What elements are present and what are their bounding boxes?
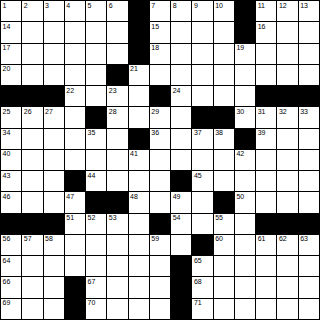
cell-r8c7[interactable]: 41: [129, 150, 149, 170]
cell-r14c2[interactable]: [22, 277, 42, 297]
cell-r13c3[interactable]: [44, 256, 64, 276]
clue-number-61: 61: [258, 235, 266, 243]
cell-r13c15[interactable]: [299, 256, 319, 276]
cell-r2c9[interactable]: [171, 22, 191, 42]
clue-number-24: 24: [173, 87, 181, 95]
cell-r3c9[interactable]: [171, 44, 191, 64]
clue-number-43: 43: [3, 172, 11, 180]
clue-number-37: 37: [194, 129, 202, 137]
black-square-r11c13: [256, 214, 276, 234]
clue-number-16: 16: [258, 23, 266, 31]
cell-r7c14[interactable]: [277, 129, 297, 149]
cell-r12c1[interactable]: 56: [1, 235, 21, 255]
clue-number-59: 59: [151, 235, 159, 243]
clue-number-22: 22: [66, 87, 74, 95]
cell-r15c2[interactable]: [22, 299, 42, 319]
cell-r6c2[interactable]: 26: [22, 107, 42, 127]
clue-number-64: 64: [3, 257, 11, 265]
clue-number-63: 63: [300, 235, 308, 243]
cell-r6c14[interactable]: 32: [277, 107, 297, 127]
cell-r7c6[interactable]: [107, 129, 127, 149]
clue-number-57: 57: [24, 235, 32, 243]
cell-r5c9[interactable]: 24: [171, 86, 191, 106]
clue-number-40: 40: [3, 150, 11, 158]
clue-number-66: 66: [3, 278, 11, 286]
black-square-r13c9: [171, 256, 191, 276]
cell-r6c9[interactable]: [171, 107, 191, 127]
cell-r4c1[interactable]: 20: [1, 65, 21, 85]
clue-number-62: 62: [279, 235, 287, 243]
clue-number-50: 50: [236, 193, 244, 201]
clue-number-68: 68: [194, 278, 202, 286]
black-square-r1c7: [129, 1, 149, 21]
clue-number-1: 1: [3, 2, 7, 10]
cell-r3c12[interactable]: 19: [235, 44, 255, 64]
clue-number-46: 46: [3, 193, 11, 201]
cell-r1c5[interactable]: 5: [86, 1, 106, 21]
cell-r1c8[interactable]: 7: [150, 1, 170, 21]
clue-number-51: 51: [66, 214, 74, 222]
clue-number-20: 20: [3, 65, 11, 73]
cell-r10c10[interactable]: [192, 192, 212, 212]
cell-r12c14[interactable]: 62: [277, 235, 297, 255]
cell-r1c13[interactable]: 11: [256, 1, 276, 21]
clue-number-9: 9: [194, 2, 198, 10]
cell-r8c5[interactable]: [86, 150, 106, 170]
black-square-r7c12: [235, 129, 255, 149]
cell-r8c15[interactable]: [299, 150, 319, 170]
cell-r8c14[interactable]: [277, 150, 297, 170]
clue-number-55: 55: [215, 214, 223, 222]
cell-r10c3[interactable]: [44, 192, 64, 212]
cell-r2c14[interactable]: [277, 22, 297, 42]
cell-r15c8[interactable]: [150, 299, 170, 319]
cell-r11c7[interactable]: [129, 214, 149, 234]
clue-number-27: 27: [45, 108, 53, 116]
cell-r12c15[interactable]: 63: [299, 235, 319, 255]
clue-number-5: 5: [88, 2, 92, 10]
cell-r12c5[interactable]: [86, 235, 106, 255]
cell-r11c9[interactable]: 54: [171, 214, 191, 234]
clue-number-67: 67: [88, 278, 96, 286]
cell-r13c6[interactable]: [107, 256, 127, 276]
cell-r1c2[interactable]: 2: [22, 1, 42, 21]
clue-number-8: 8: [173, 2, 177, 10]
cell-r1c6[interactable]: 6: [107, 1, 127, 21]
cell-r15c10[interactable]: 71: [192, 299, 212, 319]
cell-r7c3[interactable]: [44, 129, 64, 149]
clue-number-65: 65: [194, 257, 202, 265]
cell-r8c8[interactable]: [150, 150, 170, 170]
clue-number-60: 60: [215, 235, 223, 243]
cell-r10c1[interactable]: 46: [1, 192, 21, 212]
cell-r4c12[interactable]: [235, 65, 255, 85]
cell-r3c1[interactable]: 17: [1, 44, 21, 64]
cell-r9c3[interactable]: [44, 171, 64, 191]
black-square-r11c1: [1, 214, 21, 234]
black-square-r5c13: [256, 86, 276, 106]
cell-r9c6[interactable]: [107, 171, 127, 191]
clue-number-10: 10: [215, 2, 223, 10]
cell-r7c13[interactable]: 39: [256, 129, 276, 149]
black-square-r5c15: [299, 86, 319, 106]
black-square-r11c15: [299, 214, 319, 234]
cell-r9c11[interactable]: [214, 171, 234, 191]
cell-r12c13[interactable]: 61: [256, 235, 276, 255]
cell-r2c3[interactable]: [44, 22, 64, 42]
cell-r10c12[interactable]: 50: [235, 192, 255, 212]
cell-r10c15[interactable]: [299, 192, 319, 212]
cell-r15c13[interactable]: [256, 299, 276, 319]
cell-r13c8[interactable]: [150, 256, 170, 276]
clue-number-33: 33: [300, 108, 308, 116]
cell-r14c8[interactable]: [150, 277, 170, 297]
cell-r5c6[interactable]: 23: [107, 86, 127, 106]
cell-r8c11[interactable]: [214, 150, 234, 170]
cell-r14c10[interactable]: 68: [192, 277, 212, 297]
cell-r3c2[interactable]: [22, 44, 42, 64]
cell-r5c10[interactable]: [192, 86, 212, 106]
cell-r13c5[interactable]: [86, 256, 106, 276]
cell-r4c7[interactable]: 21: [129, 65, 149, 85]
cell-r7c5[interactable]: 35: [86, 129, 106, 149]
clue-number-31: 31: [258, 108, 266, 116]
clue-number-7: 7: [151, 2, 155, 10]
cell-r12c11[interactable]: 60: [214, 235, 234, 255]
black-square-r10c5: [86, 192, 106, 212]
black-square-r2c7: [129, 22, 149, 42]
cell-r14c5[interactable]: 67: [86, 277, 106, 297]
cell-r12c2[interactable]: 57: [22, 235, 42, 255]
cell-r11c12[interactable]: [235, 214, 255, 234]
cell-r7c1[interactable]: 34: [1, 129, 21, 149]
clue-number-44: 44: [88, 172, 96, 180]
cell-r13c7[interactable]: [129, 256, 149, 276]
cell-r15c1[interactable]: 69: [1, 299, 21, 319]
cell-r8c12[interactable]: 42: [235, 150, 255, 170]
cell-r7c8[interactable]: 36: [150, 129, 170, 149]
black-square-r15c9: [171, 299, 191, 319]
cell-r10c4[interactable]: 47: [65, 192, 85, 212]
cell-r8c4[interactable]: [65, 150, 85, 170]
clue-number-32: 32: [279, 108, 287, 116]
cell-r12c8[interactable]: 59: [150, 235, 170, 255]
cell-r15c11[interactable]: [214, 299, 234, 319]
clue-number-45: 45: [194, 172, 202, 180]
cell-r15c15[interactable]: [299, 299, 319, 319]
cell-r1c4[interactable]: 4: [65, 1, 85, 21]
cell-r11c6[interactable]: 53: [107, 214, 127, 234]
black-square-r14c4: [65, 277, 85, 297]
clue-number-48: 48: [130, 193, 138, 201]
clue-number-38: 38: [215, 129, 223, 137]
cell-r6c3[interactable]: 27: [44, 107, 64, 127]
cell-r10c8[interactable]: [150, 192, 170, 212]
cell-r14c11[interactable]: [214, 277, 234, 297]
black-square-r9c9: [171, 171, 191, 191]
cell-r9c5[interactable]: 44: [86, 171, 106, 191]
clue-number-26: 26: [24, 108, 32, 116]
cell-r12c6[interactable]: [107, 235, 127, 255]
black-square-r6c10: [192, 107, 212, 127]
cell-r3c5[interactable]: [86, 44, 106, 64]
black-square-r5c3: [44, 86, 64, 106]
clue-number-21: 21: [130, 65, 138, 73]
cell-r3c10[interactable]: [192, 44, 212, 64]
black-square-r9c4: [65, 171, 85, 191]
cell-r10c9[interactable]: 49: [171, 192, 191, 212]
cell-r3c4[interactable]: [65, 44, 85, 64]
cell-r4c13[interactable]: [256, 65, 276, 85]
black-square-r11c8: [150, 214, 170, 234]
cell-r7c15[interactable]: [299, 129, 319, 149]
clue-number-18: 18: [151, 44, 159, 52]
clue-number-36: 36: [151, 129, 159, 137]
cell-r15c3[interactable]: [44, 299, 64, 319]
clue-number-23: 23: [109, 87, 117, 95]
cell-r4c9[interactable]: [171, 65, 191, 85]
black-square-r5c14: [277, 86, 297, 106]
cell-r15c5[interactable]: 70: [86, 299, 106, 319]
cell-r13c4[interactable]: [65, 256, 85, 276]
cell-r13c14[interactable]: [277, 256, 297, 276]
cell-r6c13[interactable]: 31: [256, 107, 276, 127]
cell-r8c2[interactable]: [22, 150, 42, 170]
cell-r10c2[interactable]: [22, 192, 42, 212]
black-square-r5c1: [1, 86, 21, 106]
cell-r6c7[interactable]: [129, 107, 149, 127]
clue-number-17: 17: [3, 44, 11, 52]
black-square-r6c11: [214, 107, 234, 127]
clue-number-13: 13: [300, 2, 308, 10]
cell-r2c10[interactable]: [192, 22, 212, 42]
cell-r3c14[interactable]: [277, 44, 297, 64]
cell-r13c11[interactable]: [214, 256, 234, 276]
cell-r3c6[interactable]: [107, 44, 127, 64]
cell-r9c8[interactable]: [150, 171, 170, 191]
clue-number-35: 35: [88, 129, 96, 137]
clue-number-49: 49: [173, 193, 181, 201]
cell-r4c3[interactable]: [44, 65, 64, 85]
cell-r9c10[interactable]: 45: [192, 171, 212, 191]
black-square-r5c2: [22, 86, 42, 106]
cell-r4c2[interactable]: [22, 65, 42, 85]
clue-number-69: 69: [3, 299, 11, 307]
clue-number-19: 19: [236, 44, 244, 52]
cell-r12c12[interactable]: [235, 235, 255, 255]
cell-r8c3[interactable]: [44, 150, 64, 170]
clue-number-70: 70: [88, 299, 96, 307]
cell-r4c5[interactable]: [86, 65, 106, 85]
cell-r14c13[interactable]: [256, 277, 276, 297]
cell-r10c14[interactable]: [277, 192, 297, 212]
cell-r12c7[interactable]: [129, 235, 149, 255]
cell-r11c10[interactable]: [192, 214, 212, 234]
black-square-r7c7: [129, 129, 149, 149]
cell-r2c2[interactable]: [22, 22, 42, 42]
cell-r7c4[interactable]: [65, 129, 85, 149]
cell-r6c12[interactable]: 30: [235, 107, 255, 127]
cell-r14c7[interactable]: [129, 277, 149, 297]
cell-r9c7[interactable]: [129, 171, 149, 191]
black-square-r10c11: [214, 192, 234, 212]
cell-r2c13[interactable]: 16: [256, 22, 276, 42]
black-square-r3c7: [129, 44, 149, 64]
cell-r9c15[interactable]: [299, 171, 319, 191]
cell-r12c9[interactable]: [171, 235, 191, 255]
cell-r4c10[interactable]: [192, 65, 212, 85]
cell-r12c3[interactable]: 58: [44, 235, 64, 255]
black-square-r11c3: [44, 214, 64, 234]
cell-r5c11[interactable]: [214, 86, 234, 106]
black-square-r12c10: [192, 235, 212, 255]
cell-r11c11[interactable]: 55: [214, 214, 234, 234]
clue-number-34: 34: [3, 129, 11, 137]
cell-r3c13[interactable]: [256, 44, 276, 64]
clue-number-14: 14: [3, 23, 11, 31]
black-square-r2c12: [235, 22, 255, 42]
cell-r2c4[interactable]: [65, 22, 85, 42]
cell-r6c4[interactable]: [65, 107, 85, 127]
cell-r7c2[interactable]: [22, 129, 42, 149]
cell-r13c13[interactable]: [256, 256, 276, 276]
cell-r2c1[interactable]: 14: [1, 22, 21, 42]
cell-r15c6[interactable]: [107, 299, 127, 319]
black-square-r4c6: [107, 65, 127, 85]
cell-r4c8[interactable]: [150, 65, 170, 85]
cell-r14c12[interactable]: [235, 277, 255, 297]
clue-number-52: 52: [88, 214, 96, 222]
black-square-r5c8: [150, 86, 170, 106]
cell-r6c6[interactable]: 28: [107, 107, 127, 127]
cell-r2c5[interactable]: [86, 22, 106, 42]
cell-r8c13[interactable]: [256, 150, 276, 170]
cell-r1c14[interactable]: 12: [277, 1, 297, 21]
cell-r1c9[interactable]: 8: [171, 1, 191, 21]
cell-r1c3[interactable]: 3: [44, 1, 64, 21]
cell-r9c1[interactable]: 43: [1, 171, 21, 191]
clue-number-11: 11: [258, 2, 265, 10]
clue-number-47: 47: [66, 193, 74, 201]
cell-r2c8[interactable]: 15: [150, 22, 170, 42]
cell-r9c14[interactable]: [277, 171, 297, 191]
cell-r15c14[interactable]: [277, 299, 297, 319]
black-square-r11c2: [22, 214, 42, 234]
cell-r14c6[interactable]: [107, 277, 127, 297]
cell-r1c15[interactable]: 13: [299, 1, 319, 21]
clue-number-15: 15: [151, 23, 159, 31]
cell-r4c11[interactable]: [214, 65, 234, 85]
clue-number-6: 6: [109, 2, 113, 10]
cell-r6c8[interactable]: 29: [150, 107, 170, 127]
cell-r1c10[interactable]: 9: [192, 1, 212, 21]
clue-number-28: 28: [109, 108, 117, 116]
cell-r5c5[interactable]: [86, 86, 106, 106]
black-square-r15c4: [65, 299, 85, 319]
cell-r9c2[interactable]: [22, 171, 42, 191]
cell-r14c3[interactable]: [44, 277, 64, 297]
cell-r3c3[interactable]: [44, 44, 64, 64]
cell-r11c4[interactable]: 51: [65, 214, 85, 234]
clue-number-42: 42: [236, 150, 244, 158]
cell-r14c14[interactable]: [277, 277, 297, 297]
clue-number-25: 25: [3, 108, 11, 116]
cell-r8c10[interactable]: [192, 150, 212, 170]
clue-number-71: 71: [194, 299, 202, 307]
cell-r3c11[interactable]: [214, 44, 234, 64]
clue-number-30: 30: [236, 108, 244, 116]
cell-r5c4[interactable]: 22: [65, 86, 85, 106]
clue-number-58: 58: [45, 235, 53, 243]
cell-r2c11[interactable]: [214, 22, 234, 42]
clue-number-3: 3: [45, 2, 49, 10]
cell-r9c13[interactable]: [256, 171, 276, 191]
cell-r5c12[interactable]: [235, 86, 255, 106]
cell-r7c11[interactable]: 38: [214, 129, 234, 149]
clue-number-2: 2: [24, 2, 28, 10]
cell-r10c13[interactable]: [256, 192, 276, 212]
cell-r1c1[interactable]: 1: [1, 1, 21, 21]
cell-r13c12[interactable]: [235, 256, 255, 276]
cell-r2c6[interactable]: [107, 22, 127, 42]
cell-r5c7[interactable]: [129, 86, 149, 106]
clue-number-54: 54: [173, 214, 181, 222]
cell-r6c1[interactable]: 25: [1, 107, 21, 127]
cell-r12c4[interactable]: [65, 235, 85, 255]
cell-r6c15[interactable]: 33: [299, 107, 319, 127]
cell-r15c7[interactable]: [129, 299, 149, 319]
cell-r8c9[interactable]: [171, 150, 191, 170]
clue-number-29: 29: [151, 108, 159, 116]
cell-r8c1[interactable]: 40: [1, 150, 21, 170]
cell-r9c12[interactable]: [235, 171, 255, 191]
cell-r14c1[interactable]: 66: [1, 277, 21, 297]
cell-r3c15[interactable]: [299, 44, 319, 64]
crossword-puzzle: 1234567891011121314151617181920212223242…: [0, 0, 320, 320]
cell-r15c12[interactable]: [235, 299, 255, 319]
black-square-r14c9: [171, 277, 191, 297]
cell-r13c10[interactable]: 65: [192, 256, 212, 276]
cell-r3c8[interactable]: 18: [150, 44, 170, 64]
cell-r13c1[interactable]: 64: [1, 256, 21, 276]
cell-r7c9[interactable]: [171, 129, 191, 149]
clue-number-4: 4: [66, 2, 70, 10]
cell-r4c15[interactable]: [299, 65, 319, 85]
crossword-grid: 1234567891011121314151617181920212223242…: [0, 0, 320, 320]
black-square-r11c14: [277, 214, 297, 234]
cell-r4c14[interactable]: [277, 65, 297, 85]
clue-number-41: 41: [130, 150, 138, 158]
clue-number-53: 53: [109, 214, 117, 222]
cell-r13c2[interactable]: [22, 256, 42, 276]
cell-r7c10[interactable]: 37: [192, 129, 212, 149]
cell-r2c15[interactable]: [299, 22, 319, 42]
clue-number-12: 12: [279, 2, 287, 10]
clue-number-39: 39: [258, 129, 266, 137]
cell-r4c4[interactable]: [65, 65, 85, 85]
cell-r11c5[interactable]: 52: [86, 214, 106, 234]
cell-r8c6[interactable]: [107, 150, 127, 170]
cell-r10c7[interactable]: 48: [129, 192, 149, 212]
clue-number-56: 56: [3, 235, 11, 243]
cell-r14c15[interactable]: [299, 277, 319, 297]
black-square-r6c5: [86, 107, 106, 127]
cell-r1c11[interactable]: 10: [214, 1, 234, 21]
black-square-r10c6: [107, 192, 127, 212]
black-square-r1c12: [235, 1, 255, 21]
